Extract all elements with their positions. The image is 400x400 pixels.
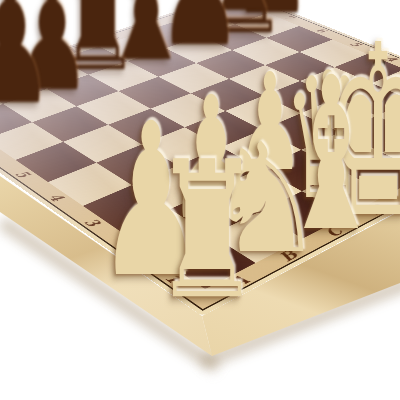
chess-set-photo: AA11BB22CC33DD44EE55FF66GG77HH88 ♟♟♜♝♟♜♟… (0, 0, 400, 400)
piece-dark-pawn-a8[interactable]: ♟ (0, 0, 54, 129)
pieces-layer: ♟♟♜♝♟♜♟♟♛♚♟♝♞♟♜ (0, 0, 400, 400)
piece-white-rook-a1[interactable]: ♜ (153, 136, 261, 325)
